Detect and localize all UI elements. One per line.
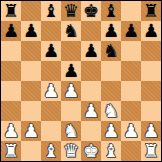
square-f7[interactable]: ♟ xyxy=(101,21,121,41)
square-d6[interactable] xyxy=(61,41,81,61)
piece-white-king[interactable]: ♚ xyxy=(83,141,99,161)
piece-white-knight[interactable]: ♞ xyxy=(103,101,119,121)
square-a2[interactable]: ♟ xyxy=(1,121,21,141)
square-e8[interactable]: ♚ xyxy=(81,1,101,21)
piece-black-pawn[interactable]: ♟ xyxy=(83,41,99,61)
chess-board: ♜♝♛♚♝♜♟♟♞♟♟♟♟♟♞♟♟♟♟♞♟♟♞♟♟♟♜♝♛♚♝♜ xyxy=(0,0,162,162)
square-g6[interactable] xyxy=(121,41,141,61)
square-h3[interactable] xyxy=(141,101,161,121)
square-h4[interactable] xyxy=(141,81,161,101)
square-b5[interactable] xyxy=(21,61,41,81)
piece-white-bishop[interactable]: ♝ xyxy=(43,141,59,161)
square-d1[interactable]: ♛ xyxy=(61,141,81,161)
piece-black-rook[interactable]: ♜ xyxy=(3,1,19,21)
piece-white-pawn[interactable]: ♟ xyxy=(143,121,159,141)
piece-white-pawn[interactable]: ♟ xyxy=(83,101,99,121)
square-a3[interactable] xyxy=(1,101,21,121)
piece-white-pawn[interactable]: ♟ xyxy=(43,81,59,101)
square-d7[interactable]: ♞ xyxy=(61,21,81,41)
piece-black-pawn[interactable]: ♟ xyxy=(43,41,59,61)
square-e1[interactable]: ♚ xyxy=(81,141,101,161)
square-g1[interactable] xyxy=(121,141,141,161)
piece-black-pawn[interactable]: ♟ xyxy=(143,21,159,41)
square-e6[interactable]: ♟ xyxy=(81,41,101,61)
square-h8[interactable]: ♜ xyxy=(141,1,161,21)
piece-black-bishop[interactable]: ♝ xyxy=(103,1,119,21)
square-h6[interactable] xyxy=(141,41,161,61)
square-e7[interactable] xyxy=(81,21,101,41)
square-f1[interactable]: ♝ xyxy=(101,141,121,161)
square-d4[interactable]: ♟ xyxy=(61,81,81,101)
square-b7[interactable]: ♟ xyxy=(21,21,41,41)
square-c1[interactable]: ♝ xyxy=(41,141,61,161)
piece-black-pawn[interactable]: ♟ xyxy=(3,21,19,41)
square-c5[interactable] xyxy=(41,61,61,81)
piece-black-pawn[interactable]: ♟ xyxy=(23,21,39,41)
square-f4[interactable] xyxy=(101,81,121,101)
square-a6[interactable] xyxy=(1,41,21,61)
piece-black-queen[interactable]: ♛ xyxy=(63,1,79,21)
square-g8[interactable] xyxy=(121,1,141,21)
square-g3[interactable] xyxy=(121,101,141,121)
square-g5[interactable] xyxy=(121,61,141,81)
square-f5[interactable] xyxy=(101,61,121,81)
square-g2[interactable]: ♟ xyxy=(121,121,141,141)
piece-black-bishop[interactable]: ♝ xyxy=(43,1,59,21)
square-f3[interactable]: ♞ xyxy=(101,101,121,121)
square-f8[interactable]: ♝ xyxy=(101,1,121,21)
piece-white-pawn[interactable]: ♟ xyxy=(63,81,79,101)
square-b6[interactable] xyxy=(21,41,41,61)
piece-white-rook[interactable]: ♜ xyxy=(3,141,19,161)
square-c8[interactable]: ♝ xyxy=(41,1,61,21)
square-c4[interactable]: ♟ xyxy=(41,81,61,101)
square-e4[interactable] xyxy=(81,81,101,101)
square-a1[interactable]: ♜ xyxy=(1,141,21,161)
square-d5[interactable]: ♟ xyxy=(61,61,81,81)
square-b1[interactable] xyxy=(21,141,41,161)
square-a8[interactable]: ♜ xyxy=(1,1,21,21)
piece-black-pawn[interactable]: ♟ xyxy=(63,61,79,81)
piece-white-bishop[interactable]: ♝ xyxy=(103,141,119,161)
piece-black-pawn[interactable]: ♟ xyxy=(123,21,139,41)
square-b2[interactable]: ♟ xyxy=(21,121,41,141)
piece-black-knight[interactable]: ♞ xyxy=(63,21,79,41)
square-b4[interactable] xyxy=(21,81,41,101)
square-h2[interactable]: ♟ xyxy=(141,121,161,141)
square-b3[interactable] xyxy=(21,101,41,121)
piece-black-pawn[interactable]: ♟ xyxy=(103,21,119,41)
piece-white-queen[interactable]: ♛ xyxy=(63,141,79,161)
square-c2[interactable] xyxy=(41,121,61,141)
square-c7[interactable] xyxy=(41,21,61,41)
square-b8[interactable] xyxy=(21,1,41,21)
square-f6[interactable]: ♞ xyxy=(101,41,121,61)
square-f2[interactable]: ♟ xyxy=(101,121,121,141)
piece-white-knight[interactable]: ♞ xyxy=(63,121,79,141)
square-c3[interactable] xyxy=(41,101,61,121)
square-h7[interactable]: ♟ xyxy=(141,21,161,41)
piece-white-pawn[interactable]: ♟ xyxy=(123,121,139,141)
square-g7[interactable]: ♟ xyxy=(121,21,141,41)
piece-white-pawn[interactable]: ♟ xyxy=(23,121,39,141)
square-h5[interactable] xyxy=(141,61,161,81)
piece-black-knight[interactable]: ♞ xyxy=(103,41,119,61)
square-e5[interactable] xyxy=(81,61,101,81)
piece-white-rook[interactable]: ♜ xyxy=(143,141,159,161)
square-h1[interactable]: ♜ xyxy=(141,141,161,161)
square-g4[interactable] xyxy=(121,81,141,101)
square-a5[interactable] xyxy=(1,61,21,81)
square-e3[interactable]: ♟ xyxy=(81,101,101,121)
square-e2[interactable] xyxy=(81,121,101,141)
square-c6[interactable]: ♟ xyxy=(41,41,61,61)
square-d2[interactable]: ♞ xyxy=(61,121,81,141)
square-d3[interactable] xyxy=(61,101,81,121)
square-d8[interactable]: ♛ xyxy=(61,1,81,21)
piece-white-pawn[interactable]: ♟ xyxy=(103,121,119,141)
square-a7[interactable]: ♟ xyxy=(1,21,21,41)
piece-black-king[interactable]: ♚ xyxy=(83,1,99,21)
square-a4[interactable] xyxy=(1,81,21,101)
piece-white-pawn[interactable]: ♟ xyxy=(3,121,19,141)
piece-black-rook[interactable]: ♜ xyxy=(143,1,159,21)
